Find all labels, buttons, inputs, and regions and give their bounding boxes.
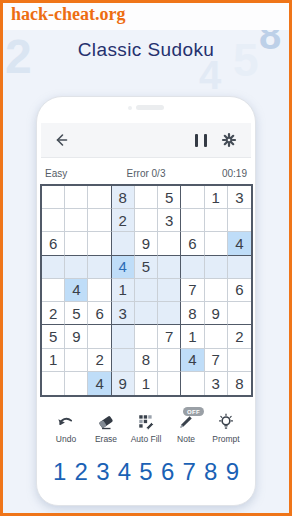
cell-r9c2[interactable] xyxy=(65,372,88,395)
cell-r6c8[interactable]: 9 xyxy=(205,302,228,325)
cell-r1c2[interactable] xyxy=(65,186,88,209)
cell-r3c2[interactable] xyxy=(65,232,88,255)
note-button[interactable]: OFFNote xyxy=(166,411,206,451)
cell-r6c2[interactable]: 5 xyxy=(65,302,88,325)
game-statusbar: Error 0/3 Easy 00:19 xyxy=(45,166,247,180)
cell-r2c3[interactable] xyxy=(88,209,111,232)
sudoku-board: 8513236964454176256389597121284749138 xyxy=(40,184,253,397)
cell-r3c9[interactable]: 4 xyxy=(228,232,251,255)
numpad-key-8[interactable]: 8 xyxy=(204,460,217,484)
undo-button[interactable]: Undo xyxy=(46,411,86,451)
cell-r4c8[interactable] xyxy=(205,256,228,279)
difficulty-label: Easy xyxy=(45,168,67,179)
faint-digit: 4 xyxy=(199,55,221,95)
cell-r6c5[interactable] xyxy=(135,302,158,325)
cell-r5c4[interactable]: 1 xyxy=(112,279,135,302)
site-banner-text: hack-cheat.org xyxy=(11,4,125,25)
cell-r7c6[interactable]: 7 xyxy=(158,325,181,348)
cell-r4c5[interactable]: 5 xyxy=(135,256,158,279)
numpad: 123456789 xyxy=(53,455,239,489)
cell-r5c8[interactable] xyxy=(205,279,228,302)
page-title: Classic Sudoku xyxy=(3,39,289,61)
cell-r3c4[interactable] xyxy=(112,232,135,255)
cell-r7c9[interactable]: 2 xyxy=(228,325,251,348)
cell-r9c6[interactable] xyxy=(158,372,181,395)
cell-r4c9[interactable] xyxy=(228,256,251,279)
numpad-key-4[interactable]: 4 xyxy=(118,460,131,484)
undo-icon xyxy=(57,413,75,431)
cell-r1c4[interactable]: 8 xyxy=(112,186,135,209)
cell-r5c3[interactable] xyxy=(88,279,111,302)
cell-r9c1[interactable] xyxy=(42,372,65,395)
cell-r5c5[interactable] xyxy=(135,279,158,302)
cell-r5c9[interactable]: 6 xyxy=(228,279,251,302)
cell-r5c1[interactable] xyxy=(42,279,65,302)
erase-icon xyxy=(97,413,115,431)
cell-r9c8[interactable]: 3 xyxy=(205,372,228,395)
cell-r7c1[interactable]: 5 xyxy=(42,325,65,348)
cell-r6c7[interactable]: 8 xyxy=(181,302,204,325)
cell-r4c4[interactable]: 4 xyxy=(112,256,135,279)
cell-r2c5[interactable] xyxy=(135,209,158,232)
cell-r7c7[interactable]: 1 xyxy=(181,325,204,348)
cell-r9c4[interactable]: 9 xyxy=(112,372,135,395)
cell-r4c2[interactable] xyxy=(65,256,88,279)
numpad-key-1[interactable]: 1 xyxy=(53,460,66,484)
cell-r8c8[interactable]: 7 xyxy=(205,349,228,372)
cell-r3c8[interactable] xyxy=(205,232,228,255)
cell-r6c6[interactable] xyxy=(158,302,181,325)
numpad-key-3[interactable]: 3 xyxy=(96,460,109,484)
cell-r8c5[interactable]: 8 xyxy=(135,349,158,372)
cell-r8c1[interactable]: 1 xyxy=(42,349,65,372)
cell-r3c7[interactable]: 6 xyxy=(181,232,204,255)
pause-icon[interactable] xyxy=(195,134,207,147)
cell-r3c6[interactable] xyxy=(158,232,181,255)
phone-speaker xyxy=(136,105,164,110)
autofill-icon xyxy=(137,413,155,431)
cell-r4c7[interactable] xyxy=(181,256,204,279)
app-header xyxy=(41,123,251,158)
cell-r7c8[interactable] xyxy=(205,325,228,348)
cell-r2c9[interactable] xyxy=(228,209,251,232)
cell-r8c3[interactable]: 2 xyxy=(88,349,111,372)
cell-r2c2[interactable] xyxy=(65,209,88,232)
cell-r4c6[interactable] xyxy=(158,256,181,279)
cell-r2c8[interactable] xyxy=(205,209,228,232)
cell-r6c3[interactable]: 6 xyxy=(88,302,111,325)
cell-r1c3[interactable] xyxy=(88,186,111,209)
timer: 00:19 xyxy=(222,168,247,179)
cell-r8c4[interactable] xyxy=(112,349,135,372)
cell-r2c4[interactable]: 2 xyxy=(112,209,135,232)
cell-r2c6[interactable]: 3 xyxy=(158,209,181,232)
cell-r8c2[interactable] xyxy=(65,349,88,372)
phone-camera-dot xyxy=(128,106,132,110)
numpad-key-9[interactable]: 9 xyxy=(226,460,239,484)
cell-r1c8[interactable]: 1 xyxy=(205,186,228,209)
cell-r7c5[interactable] xyxy=(135,325,158,348)
numpad-key-7[interactable]: 7 xyxy=(182,460,195,484)
cell-r4c1[interactable] xyxy=(42,256,65,279)
cell-r7c3[interactable] xyxy=(88,325,111,348)
cell-r1c5[interactable] xyxy=(135,186,158,209)
note-off-badge: OFF xyxy=(183,407,204,416)
toolbar: UndoEraseAuto FillOFFNotePrompt xyxy=(46,411,246,451)
cell-r1c7[interactable] xyxy=(181,186,204,209)
back-arrow-icon[interactable] xyxy=(53,132,69,148)
erase-button[interactable]: Erase xyxy=(86,411,126,451)
cell-r6c9[interactable] xyxy=(228,302,251,325)
cell-r3c1[interactable]: 6 xyxy=(42,232,65,255)
tool-label: Note xyxy=(177,434,195,444)
site-banner: hack-cheat.org xyxy=(3,3,289,30)
prompt-icon xyxy=(217,413,235,431)
cell-r6c1[interactable]: 2 xyxy=(42,302,65,325)
cell-r1c6[interactable]: 5 xyxy=(158,186,181,209)
cell-r5c2[interactable]: 4 xyxy=(65,279,88,302)
cell-r5c6[interactable] xyxy=(158,279,181,302)
tool-label: Auto Fill xyxy=(131,434,162,444)
cell-r7c4[interactable] xyxy=(112,325,135,348)
cell-r4c3[interactable] xyxy=(88,256,111,279)
numpad-key-2[interactable]: 2 xyxy=(75,460,88,484)
cell-r1c1[interactable] xyxy=(42,186,65,209)
cell-r9c3[interactable]: 4 xyxy=(88,372,111,395)
cell-r2c1[interactable] xyxy=(42,209,65,232)
error-counter: Error 0/3 xyxy=(45,168,247,179)
tool-label: Erase xyxy=(95,434,117,444)
cell-r9c7[interactable] xyxy=(181,372,204,395)
cell-r5c7[interactable]: 7 xyxy=(181,279,204,302)
cell-r8c7[interactable]: 4 xyxy=(181,349,204,372)
cell-r9c5[interactable]: 1 xyxy=(135,372,158,395)
cell-r8c6[interactable] xyxy=(158,349,181,372)
gear-icon[interactable] xyxy=(221,132,237,148)
cell-r3c3[interactable] xyxy=(88,232,111,255)
numpad-key-6[interactable]: 6 xyxy=(161,460,174,484)
tool-label: Undo xyxy=(56,434,76,444)
tool-label: Prompt xyxy=(212,434,239,444)
autofill-button[interactable]: Auto Fill xyxy=(126,411,166,451)
prompt-button[interactable]: Prompt xyxy=(206,411,246,451)
cell-r9c9[interactable]: 8 xyxy=(228,372,251,395)
cell-r2c7[interactable] xyxy=(181,209,204,232)
cell-r1c9[interactable]: 3 xyxy=(228,186,251,209)
cell-r8c9[interactable] xyxy=(228,349,251,372)
cell-r6c4[interactable]: 3 xyxy=(112,302,135,325)
cell-r3c5[interactable]: 9 xyxy=(135,232,158,255)
phone-mockup: Error 0/3 Easy 00:19 8513236964454176256… xyxy=(36,96,256,506)
numpad-key-5[interactable]: 5 xyxy=(139,460,152,484)
cell-r7c2[interactable]: 9 xyxy=(65,325,88,348)
page: 24586 hack-cheat.org Classic Sudoku xyxy=(0,0,292,516)
